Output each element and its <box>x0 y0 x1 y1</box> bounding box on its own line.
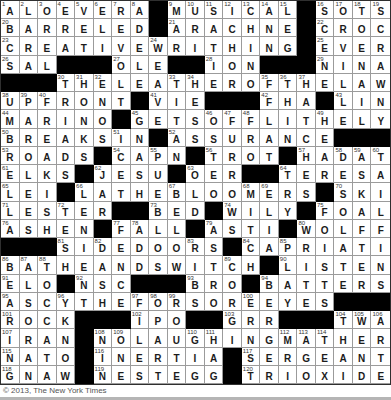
cell-r7c1[interactable]: 44M <box>1 110 20 128</box>
cell-r17c5[interactable]: T <box>75 293 94 311</box>
cell-r4c7[interactable]: 27O <box>112 56 131 74</box>
cell-r6c21[interactable]: N <box>371 92 390 110</box>
cell-r4c2[interactable]: A <box>20 56 39 74</box>
cell-r15c21[interactable]: N <box>371 256 390 274</box>
cell-r5c18[interactable]: E <box>316 74 335 92</box>
cell-r5c6[interactable]: 32E <box>94 74 113 92</box>
cell-r7c8[interactable]: 45G <box>131 110 150 128</box>
cell-r4c3[interactable]: L <box>38 56 57 74</box>
cell-r21c20[interactable]: D <box>353 366 372 384</box>
cell-r11c9[interactable]: E <box>149 183 168 201</box>
cell-r13c5[interactable]: N <box>75 220 94 238</box>
cell-r12c19[interactable]: O <box>334 202 353 220</box>
cell-r19c11[interactable]: 110G <box>186 329 205 347</box>
cell-r16c21[interactable]: S <box>371 275 390 293</box>
cell-r1c4[interactable]: 4E <box>57 1 76 19</box>
cell-r3c3[interactable]: E <box>38 37 57 55</box>
cell-r5c10[interactable]: 33T <box>168 74 187 92</box>
cell-r11c15[interactable]: 69E <box>260 183 279 201</box>
cell-r13c17[interactable]: 80W <box>297 220 316 238</box>
cell-r7c3[interactable]: R <box>38 110 57 128</box>
cell-r5c8[interactable]: E <box>131 74 150 92</box>
cell-r5c9[interactable]: A <box>149 74 168 92</box>
cell-r13c10[interactable]: L <box>168 220 187 238</box>
cell-r19c1[interactable]: 107I <box>1 329 20 347</box>
cell-r3c11[interactable]: I <box>186 37 205 55</box>
cell-r17c6[interactable]: H <box>94 293 113 311</box>
cell-r13c13[interactable]: S <box>223 220 242 238</box>
cell-r7c17[interactable]: T <box>297 110 316 128</box>
cell-r20c16[interactable]: R <box>279 348 298 366</box>
cell-r19c12[interactable]: 111H <box>205 329 224 347</box>
cell-r8c6[interactable]: S <box>94 129 113 147</box>
cell-r10c21[interactable]: A <box>371 165 390 183</box>
cell-r21c14[interactable]: 120T <box>242 366 261 384</box>
cell-r12c5[interactable]: E <box>75 202 94 220</box>
cell-r4c19[interactable]: I <box>334 56 353 74</box>
cell-r8c2[interactable]: R <box>20 129 39 147</box>
cell-r16c11[interactable]: 93B <box>186 275 205 293</box>
cell-r15c14[interactable]: H <box>242 256 261 274</box>
cell-r7c5[interactable]: N <box>75 110 94 128</box>
cell-r17c7[interactable]: E <box>112 293 131 311</box>
cell-r9c9[interactable]: 55P <box>149 147 168 165</box>
cell-r7c9[interactable]: E <box>149 110 168 128</box>
cell-r10c17[interactable]: E <box>297 165 316 183</box>
cell-r15c17[interactable]: I <box>297 256 316 274</box>
cell-r5c14[interactable]: O <box>242 74 261 92</box>
cell-r17c16[interactable]: Y <box>279 293 298 311</box>
cell-r9c20[interactable]: 59A <box>353 147 372 165</box>
cell-r16c1[interactable]: 91E <box>1 275 20 293</box>
cell-r14c10[interactable]: O <box>168 238 187 256</box>
cell-r17c15[interactable]: E <box>260 293 279 311</box>
cell-r1c6[interactable]: 6E <box>94 1 113 19</box>
cell-r3c18[interactable]: 25E <box>316 37 335 55</box>
cell-r19c4[interactable]: N <box>57 329 76 347</box>
cell-r15c20[interactable]: E <box>353 256 372 274</box>
cell-r6c20[interactable]: I <box>353 92 372 110</box>
cell-r16c16[interactable]: A <box>279 275 298 293</box>
cell-r2c4[interactable]: R <box>57 19 76 37</box>
cell-r12c3[interactable]: S <box>38 202 57 220</box>
cell-r16c12[interactable]: R <box>205 275 224 293</box>
cell-r4c13[interactable]: O <box>223 56 242 74</box>
cell-r20c20[interactable]: N <box>353 348 372 366</box>
cell-r5c5[interactable]: 31H <box>75 74 94 92</box>
cell-r7c4[interactable]: I <box>57 110 76 128</box>
cell-r10c13[interactable]: R <box>223 165 242 183</box>
cell-r15c9[interactable]: S <box>149 256 168 274</box>
cell-r9c3[interactable]: A <box>38 147 57 165</box>
cell-r18c13[interactable]: 103G <box>223 311 242 329</box>
cell-r1c19[interactable]: 17O <box>334 1 353 19</box>
cell-r1c2[interactable]: 2L <box>20 1 39 19</box>
cell-r9c5[interactable]: S <box>75 147 94 165</box>
cell-r3c6[interactable]: I <box>94 37 113 55</box>
cell-r12c15[interactable]: L <box>260 202 279 220</box>
cell-r6c17[interactable]: A <box>297 92 316 110</box>
cell-r3c8[interactable]: E <box>131 37 150 55</box>
cell-r7c19[interactable]: E <box>334 110 353 128</box>
cell-r19c21[interactable]: R <box>371 329 390 347</box>
cell-r11c8[interactable]: H <box>131 183 150 201</box>
cell-r21c19[interactable]: I <box>334 366 353 384</box>
cell-r12c13[interactable]: 74W <box>223 202 242 220</box>
cell-r1c10[interactable]: 9M <box>168 1 187 19</box>
cell-r20c11[interactable]: I <box>186 348 205 366</box>
cell-r9c10[interactable]: N <box>168 147 187 165</box>
cell-r19c16[interactable]: 112M <box>279 329 298 347</box>
cell-r17c4[interactable]: 96Y <box>57 293 76 311</box>
cell-r18c20[interactable]: 105W <box>353 311 372 329</box>
cell-r2c14[interactable]: H <box>242 19 261 37</box>
cell-r1c11[interactable]: 10U <box>186 1 205 19</box>
cell-r20c17[interactable]: G <box>297 348 316 366</box>
cell-r6c9[interactable]: 41V <box>149 92 168 110</box>
cell-r18c8[interactable]: 102I <box>131 311 150 329</box>
cell-r3c16[interactable]: G <box>279 37 298 55</box>
cell-r3c2[interactable]: R <box>20 37 39 55</box>
cell-r15c16[interactable]: 90L <box>279 256 298 274</box>
cell-r12c21[interactable]: L <box>371 202 390 220</box>
cell-r18c15[interactable]: R <box>260 311 279 329</box>
cell-r1c13[interactable]: 12I <box>223 1 242 19</box>
cell-r10c11[interactable]: 63O <box>186 165 205 183</box>
cell-r19c17[interactable]: 113A <box>297 329 316 347</box>
cell-r2c19[interactable]: R <box>334 19 353 37</box>
cell-r8c5[interactable]: K <box>75 129 94 147</box>
cell-r8c17[interactable]: C <box>297 129 316 147</box>
cell-r3c7[interactable]: V <box>112 37 131 55</box>
cell-r12c16[interactable]: Y <box>279 202 298 220</box>
cell-r7c11[interactable]: S <box>186 110 205 128</box>
cell-r17c3[interactable]: C <box>38 293 57 311</box>
cell-r19c9[interactable]: A <box>149 329 168 347</box>
cell-r19c8[interactable]: L <box>131 329 150 347</box>
cell-r18c10[interactable]: O <box>168 311 187 329</box>
cell-r14c7[interactable]: E <box>112 238 131 256</box>
cell-r10c18[interactable]: R <box>316 165 335 183</box>
cell-r11c6[interactable]: A <box>94 183 113 201</box>
cell-r9c4[interactable]: D <box>57 147 76 165</box>
cell-r6c2[interactable]: 39P <box>20 92 39 110</box>
cell-r14c20[interactable]: T <box>353 238 372 256</box>
cell-r11c10[interactable]: 67B <box>168 183 187 201</box>
cell-r18c14[interactable]: R <box>242 311 261 329</box>
cell-r11c12[interactable]: O <box>205 183 224 201</box>
cell-r15c4[interactable]: H <box>57 256 76 274</box>
cell-r14c5[interactable]: I <box>75 238 94 256</box>
cell-r11c17[interactable]: S <box>297 183 316 201</box>
cell-r8c15[interactable]: A <box>260 129 279 147</box>
cell-r20c10[interactable]: T <box>168 348 187 366</box>
cell-r20c4[interactable]: O <box>57 348 76 366</box>
cell-r10c3[interactable]: K <box>38 165 57 183</box>
cell-r19c13[interactable]: I <box>223 329 242 347</box>
cell-r19c2[interactable]: R <box>20 329 39 347</box>
cell-r12c14[interactable]: I <box>242 202 261 220</box>
cell-r21c16[interactable]: I <box>279 366 298 384</box>
cell-r6c11[interactable]: E <box>186 92 205 110</box>
cell-r1c5[interactable]: 5V <box>75 1 94 19</box>
cell-r9c13[interactable]: R <box>223 147 242 165</box>
cell-r7c21[interactable]: Y <box>371 110 390 128</box>
cell-r4c12[interactable]: 28I <box>205 56 224 74</box>
cell-r16c13[interactable]: O <box>223 275 242 293</box>
cell-r17c14[interactable]: 100E <box>242 293 261 311</box>
cell-r20c7[interactable]: N <box>112 348 131 366</box>
cell-r17c10[interactable]: 99R <box>168 293 187 311</box>
cell-r14c18[interactable]: I <box>316 238 335 256</box>
cell-r1c7[interactable]: 7R <box>112 1 131 19</box>
cell-r4c14[interactable]: N <box>242 56 261 74</box>
cell-r14c6[interactable]: 82D <box>94 238 113 256</box>
cell-r19c20[interactable]: E <box>353 329 372 347</box>
cell-r15c12[interactable]: T <box>205 256 224 274</box>
cell-r2c15[interactable]: N <box>260 19 279 37</box>
cell-r10c1[interactable]: 61E <box>1 165 20 183</box>
cell-r14c16[interactable]: 85P <box>279 238 298 256</box>
cell-r21c15[interactable]: R <box>260 366 279 384</box>
cell-r9c18[interactable]: A <box>316 147 335 165</box>
cell-r13c21[interactable]: F <box>371 220 390 238</box>
cell-r17c13[interactable]: R <box>223 293 242 311</box>
cell-r6c6[interactable]: N <box>94 92 113 110</box>
cell-r9c7[interactable]: 54C <box>112 147 131 165</box>
cell-r16c5[interactable]: 92N <box>75 275 94 293</box>
cell-r8c14[interactable]: R <box>242 129 261 147</box>
cell-r20c21[interactable]: T <box>371 348 390 366</box>
cell-r7c12[interactable]: 46O <box>205 110 224 128</box>
cell-r12c10[interactable]: E <box>168 202 187 220</box>
cell-r6c19[interactable]: 43L <box>334 92 353 110</box>
cell-r11c1[interactable]: 65L <box>1 183 20 201</box>
cell-r11c19[interactable]: 70S <box>334 183 353 201</box>
cell-r20c12[interactable]: A <box>205 348 224 366</box>
cell-r10c2[interactable]: L <box>20 165 39 183</box>
cell-r14c4[interactable]: 81S <box>57 238 76 256</box>
cell-r12c4[interactable]: 72T <box>57 202 76 220</box>
cell-r21c10[interactable]: E <box>168 366 187 384</box>
cell-r5c17[interactable]: 37H <box>297 74 316 92</box>
cell-r13c4[interactable]: E <box>57 220 76 238</box>
cell-r19c15[interactable]: G <box>260 329 279 347</box>
cell-r9c1[interactable]: 53R <box>1 147 20 165</box>
cell-r14c17[interactable]: R <box>297 238 316 256</box>
cell-r3c9[interactable]: 24W <box>149 37 168 55</box>
cell-r1c14[interactable]: 13C <box>242 1 261 19</box>
cell-r5c4[interactable]: 30T <box>57 74 76 92</box>
cell-r17c11[interactable]: S <box>186 293 205 311</box>
cell-r10c9[interactable]: U <box>149 165 168 183</box>
cell-r20c15[interactable]: E <box>260 348 279 366</box>
cell-r20c3[interactable]: T <box>38 348 57 366</box>
cell-r8c4[interactable]: A <box>57 129 76 147</box>
cell-r5c12[interactable]: E <box>205 74 224 92</box>
cell-r3c20[interactable]: E <box>353 37 372 55</box>
cell-r9c2[interactable]: O <box>20 147 39 165</box>
cell-r6c15[interactable]: 42F <box>260 92 279 110</box>
cell-r15c6[interactable]: A <box>94 256 113 274</box>
cell-r5c20[interactable]: A <box>353 74 372 92</box>
cell-r15c8[interactable]: D <box>131 256 150 274</box>
cell-r9c17[interactable]: 57H <box>297 147 316 165</box>
cell-r19c18[interactable]: 114T <box>316 329 335 347</box>
cell-r9c14[interactable]: O <box>242 147 261 165</box>
cell-r8c3[interactable]: E <box>38 129 57 147</box>
cell-r14c19[interactable]: A <box>334 238 353 256</box>
cell-r3c14[interactable]: I <box>242 37 261 55</box>
cell-r2c2[interactable]: A <box>20 19 39 37</box>
cell-r3c10[interactable]: R <box>168 37 187 55</box>
cell-r11c20[interactable]: K <box>353 183 372 201</box>
cell-r2c6[interactable]: L <box>94 19 113 37</box>
cell-r17c12[interactable]: O <box>205 293 224 311</box>
cell-r3c5[interactable]: T <box>75 37 94 55</box>
cell-r21c9[interactable]: T <box>149 366 168 384</box>
cell-r13c8[interactable]: 78A <box>131 220 150 238</box>
cell-r13c9[interactable]: L <box>149 220 168 238</box>
cell-r18c2[interactable]: O <box>20 311 39 329</box>
cell-r4c18[interactable]: 29N <box>316 56 335 74</box>
cell-r15c1[interactable]: 86B <box>1 256 20 274</box>
cell-r1c3[interactable]: 3O <box>38 1 57 19</box>
cell-r20c9[interactable]: R <box>149 348 168 366</box>
cell-r2c3[interactable]: R <box>38 19 57 37</box>
cell-r13c1[interactable]: 76A <box>1 220 20 238</box>
cell-r11c11[interactable]: L <box>186 183 205 201</box>
cell-r19c7[interactable]: 109O <box>112 329 131 347</box>
cell-r2c10[interactable]: 21A <box>168 19 187 37</box>
cell-r1c20[interactable]: 18T <box>353 1 372 19</box>
cell-r4c8[interactable]: L <box>131 56 150 74</box>
cell-r20c1[interactable]: 115N <box>1 348 20 366</box>
cell-r21c4[interactable]: W <box>57 366 76 384</box>
cell-r21c17[interactable]: O <box>297 366 316 384</box>
cell-r16c7[interactable]: C <box>112 275 131 293</box>
cell-r2c21[interactable]: C <box>371 19 390 37</box>
cell-r2c5[interactable]: E <box>75 19 94 37</box>
cell-r14c21[interactable]: I <box>371 238 390 256</box>
cell-r17c18[interactable]: S <box>316 293 335 311</box>
cell-r15c7[interactable]: N <box>112 256 131 274</box>
cell-r7c10[interactable]: T <box>168 110 187 128</box>
cell-r12c1[interactable]: 71L <box>1 202 20 220</box>
cell-r6c10[interactable]: I <box>168 92 187 110</box>
cell-r11c16[interactable]: R <box>279 183 298 201</box>
cell-r6c16[interactable]: H <box>279 92 298 110</box>
cell-r1c16[interactable]: 15L <box>279 1 298 19</box>
cell-r2c16[interactable]: E <box>279 19 298 37</box>
cell-r12c11[interactable]: D <box>186 202 205 220</box>
cell-r18c9[interactable]: P <box>149 311 168 329</box>
cell-r2c7[interactable]: E <box>112 19 131 37</box>
cell-r4c1[interactable]: 26S <box>1 56 20 74</box>
cell-r17c17[interactable]: E <box>297 293 316 311</box>
cell-r9c19[interactable]: 58D <box>334 147 353 165</box>
cell-r3c19[interactable]: V <box>334 37 353 55</box>
cell-r5c15[interactable]: 35F <box>260 74 279 92</box>
cell-r10c12[interactable]: E <box>205 165 224 183</box>
cell-r2c20[interactable]: O <box>353 19 372 37</box>
cell-r12c6[interactable]: R <box>94 202 113 220</box>
cell-r10c8[interactable]: S <box>131 165 150 183</box>
cell-r2c1[interactable]: 20B <box>1 19 20 37</box>
cell-r7c6[interactable]: O <box>94 110 113 128</box>
cell-r8c16[interactable]: N <box>279 129 298 147</box>
cell-r15c11[interactable]: I <box>186 256 205 274</box>
cell-r2c11[interactable]: R <box>186 19 205 37</box>
cell-r13c3[interactable]: H <box>38 220 57 238</box>
cell-r3c4[interactable]: A <box>57 37 76 55</box>
cell-r8c8[interactable]: N <box>131 129 150 147</box>
cell-r21c8[interactable]: S <box>131 366 150 384</box>
cell-r16c15[interactable]: 94B <box>260 275 279 293</box>
cell-r7c2[interactable]: A <box>20 110 39 128</box>
cell-r2c13[interactable]: C <box>223 19 242 37</box>
cell-r15c3[interactable]: 88T <box>38 256 57 274</box>
cell-r9c21[interactable]: 60T <box>371 147 390 165</box>
cell-r6c3[interactable]: 40F <box>38 92 57 110</box>
cell-r10c19[interactable]: E <box>334 165 353 183</box>
cell-r3c12[interactable]: T <box>205 37 224 55</box>
cell-r5c19[interactable]: L <box>334 74 353 92</box>
cell-r6c5[interactable]: O <box>75 92 94 110</box>
cell-r13c18[interactable]: O <box>316 220 335 238</box>
cell-r3c1[interactable]: 23C <box>1 37 20 55</box>
cell-r16c6[interactable]: S <box>94 275 113 293</box>
cell-r13c20[interactable]: F <box>353 220 372 238</box>
cell-r19c14[interactable]: N <box>242 329 261 347</box>
cell-r11c3[interactable]: I <box>38 183 57 201</box>
cell-r1c15[interactable]: 14A <box>260 1 279 19</box>
cell-r16c3[interactable]: O <box>38 275 57 293</box>
cell-r13c12[interactable]: 79A <box>205 220 224 238</box>
cell-r8c1[interactable]: 50B <box>1 129 20 147</box>
cell-r1c12[interactable]: 11S <box>205 1 224 19</box>
cell-r10c16[interactable]: 64T <box>279 165 298 183</box>
cell-r14c9[interactable]: O <box>149 238 168 256</box>
cell-r21c18[interactable]: X <box>316 366 335 384</box>
cell-r17c1[interactable]: 95A <box>1 293 20 311</box>
cell-r15c10[interactable]: W <box>168 256 187 274</box>
cell-r1c18[interactable]: 16S <box>316 1 335 19</box>
cell-r20c8[interactable]: E <box>131 348 150 366</box>
cell-r7c16[interactable]: I <box>279 110 298 128</box>
cell-r11c13[interactable]: O <box>223 183 242 201</box>
cell-r14c12[interactable]: S <box>205 238 224 256</box>
cell-r3c13[interactable]: H <box>223 37 242 55</box>
cell-r16c19[interactable]: E <box>334 275 353 293</box>
cell-r5c7[interactable]: L <box>112 74 131 92</box>
cell-r10c6[interactable]: 62J <box>94 165 113 183</box>
cell-r21c11[interactable]: G <box>186 366 205 384</box>
cell-r17c2[interactable]: S <box>20 293 39 311</box>
cell-r10c4[interactable]: S <box>57 165 76 183</box>
cell-r8c10[interactable]: 52A <box>168 129 187 147</box>
cell-r5c21[interactable]: W <box>371 74 390 92</box>
cell-r15c18[interactable]: S <box>316 256 335 274</box>
cell-r6c1[interactable]: 38U <box>1 92 20 110</box>
cell-r21c12[interactable]: G <box>205 366 224 384</box>
cell-r21c1[interactable]: 118G <box>1 366 20 384</box>
cell-r8c13[interactable]: U <box>223 129 242 147</box>
cell-r10c7[interactable]: E <box>112 165 131 183</box>
cell-r8c7[interactable]: 51I <box>112 129 131 147</box>
cell-r12c20[interactable]: A <box>353 202 372 220</box>
cell-r8c11[interactable]: S <box>186 129 205 147</box>
